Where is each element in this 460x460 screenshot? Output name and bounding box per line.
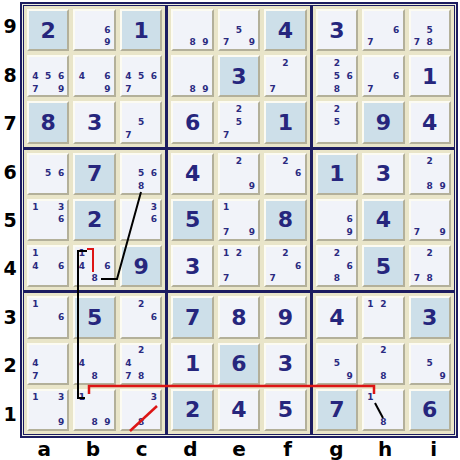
cand-4 (411, 357, 424, 370)
candidates: 69 (75, 11, 113, 49)
candidates: 28 (364, 345, 402, 383)
cell-value: 3 (376, 161, 391, 186)
cand-9 (390, 416, 403, 429)
cand-5 (135, 404, 148, 417)
cell-a9[interactable]: 2 (27, 9, 69, 51)
cand-4 (318, 260, 331, 273)
cell-a7[interactable]: 8 (27, 101, 69, 143)
cell-g7[interactable]: 25 (316, 101, 358, 143)
box-2-1: 789163245 (168, 293, 309, 434)
cand-9 (55, 273, 68, 286)
cell-e9[interactable]: 579 (218, 9, 260, 51)
cand-9: 9 (436, 180, 449, 193)
candidates: 139 (29, 391, 67, 429)
cand-4 (75, 404, 88, 417)
cand-5 (377, 311, 390, 324)
cand-1 (122, 201, 135, 214)
cand-1 (75, 57, 88, 70)
cand-3 (343, 247, 356, 260)
cand-6 (436, 357, 449, 370)
cand-2 (135, 57, 148, 70)
cand-1 (266, 155, 279, 168)
cell-value: 1 (185, 351, 200, 376)
cell-b4[interactable]: 1468 (73, 245, 115, 287)
cand-7 (122, 324, 135, 337)
cand-2 (42, 345, 55, 358)
cand-1 (318, 345, 331, 358)
cell-a2[interactable]: 47 (27, 343, 69, 385)
cand-6 (436, 24, 449, 37)
cell-b9[interactable]: 69 (73, 9, 115, 51)
cand-8 (330, 129, 343, 142)
cand-2: 2 (233, 247, 246, 260)
cell-a1[interactable]: 139 (27, 389, 69, 431)
cell-f3[interactable]: 9 (264, 296, 306, 338)
cell-value: 3 (231, 64, 246, 89)
cell-d3[interactable]: 7 (171, 296, 213, 338)
cell-value: 5 (278, 397, 293, 422)
cand-8 (135, 324, 148, 337)
cell-value: 4 (278, 18, 293, 43)
sudoku-board-inner: 2691456794694567835789579489327625713675… (23, 5, 455, 435)
candidates: 4567 (122, 57, 160, 95)
cand-9 (343, 273, 356, 286)
cand-3 (101, 57, 114, 70)
cand-4 (173, 70, 186, 83)
cell-a3[interactable]: 16 (27, 296, 69, 338)
cell-h4[interactable]: 5 (362, 245, 404, 287)
cell-b5[interactable]: 2 (73, 199, 115, 241)
cell-c2[interactable]: 2478 (120, 343, 162, 385)
cand-6: 6 (148, 214, 161, 227)
candidates: 268 (318, 247, 356, 285)
cand-1 (318, 247, 331, 260)
cell-d5[interactable]: 5 (171, 199, 213, 241)
cand-9 (343, 83, 356, 96)
cell-f6[interactable]: 26 (264, 153, 306, 195)
cell-i5[interactable]: 79 (409, 199, 451, 241)
cell-e6[interactable]: 29 (218, 153, 260, 195)
cand-6: 6 (148, 311, 161, 324)
cand-6 (148, 357, 161, 370)
cand-9 (390, 36, 403, 49)
cand-8: 8 (423, 36, 436, 49)
cand-3 (55, 155, 68, 168)
cand-2 (330, 345, 343, 358)
cell-f4[interactable]: 267 (264, 245, 306, 287)
cand-2 (88, 391, 101, 404)
cell-b7[interactable]: 3 (73, 101, 115, 143)
row-label-1: 1 (0, 390, 20, 438)
cell-c3[interactable]: 26 (120, 296, 162, 338)
candidates: 26 (122, 298, 160, 336)
cand-4 (266, 70, 279, 83)
cell-e1[interactable]: 4 (218, 389, 260, 431)
cand-9: 9 (436, 226, 449, 239)
cand-2 (233, 11, 246, 24)
cell-h6[interactable]: 3 (362, 153, 404, 195)
candidates: 568 (122, 155, 160, 193)
cand-6: 6 (343, 260, 356, 273)
cand-8: 8 (377, 416, 390, 429)
cell-a8[interactable]: 45679 (27, 55, 69, 97)
cand-1: 1 (75, 391, 88, 404)
cand-3: 3 (55, 391, 68, 404)
cell-a6[interactable]: 56 (27, 153, 69, 195)
cell-c6[interactable]: 568 (120, 153, 162, 195)
cell-a5[interactable]: 136 (27, 199, 69, 241)
cand-5: 5 (423, 24, 436, 37)
cell-g1[interactable]: 7 (316, 389, 358, 431)
cand-6: 6 (292, 167, 305, 180)
cand-5 (135, 311, 148, 324)
cand-3 (101, 345, 114, 358)
cand-7: 7 (122, 129, 135, 142)
cand-5 (88, 260, 101, 273)
cand-9: 9 (436, 370, 449, 383)
col-label-a: a (20, 437, 69, 460)
candidates: 267 (266, 247, 304, 285)
cell-value: 6 (185, 110, 200, 135)
cand-8 (279, 273, 292, 286)
cand-9 (148, 226, 161, 239)
cand-5: 5 (423, 357, 436, 370)
cand-9 (148, 180, 161, 193)
cell-value: 1 (329, 161, 344, 186)
cand-1 (220, 11, 233, 24)
cand-3 (245, 155, 258, 168)
cand-8: 8 (423, 273, 436, 286)
cand-2: 2 (377, 298, 390, 311)
cell-value: 7 (87, 161, 102, 186)
cand-7 (318, 273, 331, 286)
candidates: 16 (29, 298, 67, 336)
cand-7 (364, 416, 377, 429)
cand-7: 7 (364, 83, 377, 96)
cand-5 (42, 214, 55, 227)
cand-5 (88, 404, 101, 417)
candidates: 289 (411, 155, 449, 193)
cand-3 (245, 201, 258, 214)
cand-9 (148, 416, 161, 429)
cand-6 (390, 404, 403, 417)
cand-8 (135, 83, 148, 96)
cand-5 (135, 214, 148, 227)
cand-1 (411, 247, 424, 260)
cand-3 (436, 11, 449, 24)
col-label-e: e (215, 437, 264, 460)
cell-g5[interactable]: 69 (316, 199, 358, 241)
cand-9 (390, 324, 403, 337)
cand-3: 3 (55, 201, 68, 214)
box-2-2: 41235928597186 (313, 293, 454, 434)
cand-7 (75, 416, 88, 429)
cand-2: 2 (135, 298, 148, 311)
cand-4 (75, 24, 88, 37)
row-label-4: 4 (0, 244, 20, 292)
cell-e2[interactable]: 6 (218, 343, 260, 385)
candidates: 25 (318, 103, 356, 141)
cand-4 (220, 214, 233, 227)
cand-8: 8 (377, 370, 390, 383)
cell-g9[interactable]: 3 (316, 9, 358, 51)
cell-h9[interactable]: 67 (362, 9, 404, 51)
cell-g2[interactable]: 59 (316, 343, 358, 385)
cand-8: 8 (186, 36, 199, 49)
cell-d4[interactable]: 3 (171, 245, 213, 287)
cell-value: 1 (278, 110, 293, 135)
cand-3 (199, 57, 212, 70)
cand-8 (233, 273, 246, 286)
cell-g8[interactable]: 2568 (316, 55, 358, 97)
cand-4 (364, 311, 377, 324)
cand-7 (173, 36, 186, 49)
cand-5 (330, 214, 343, 227)
cand-1 (266, 247, 279, 260)
cand-1 (364, 11, 377, 24)
cand-5 (279, 70, 292, 83)
cand-9: 9 (199, 83, 212, 96)
cand-2 (135, 155, 148, 168)
cand-2: 2 (135, 345, 148, 358)
cand-3 (390, 298, 403, 311)
cell-b6[interactable]: 7 (73, 153, 115, 195)
cell-h2[interactable]: 28 (362, 343, 404, 385)
cand-5 (279, 260, 292, 273)
cell-f7[interactable]: 1 (264, 101, 306, 143)
cand-3 (390, 391, 403, 404)
cand-2 (377, 11, 390, 24)
cell-f8[interactable]: 27 (264, 55, 306, 97)
cand-1 (220, 103, 233, 116)
cand-4 (220, 116, 233, 129)
cand-2 (42, 201, 55, 214)
cell-f1[interactable]: 5 (264, 389, 306, 431)
cand-6 (55, 404, 68, 417)
cell-e4[interactable]: 127 (218, 245, 260, 287)
cell-g3[interactable]: 4 (316, 296, 358, 338)
cand-3 (148, 57, 161, 70)
cand-6: 6 (55, 214, 68, 227)
cand-7 (122, 416, 135, 429)
cand-4 (173, 24, 186, 37)
cand-1 (411, 201, 424, 214)
cand-3 (148, 298, 161, 311)
cand-9 (245, 273, 258, 286)
candidates: 127 (220, 247, 258, 285)
cell-g6[interactable]: 1 (316, 153, 358, 195)
cand-9 (55, 226, 68, 239)
cell-i9[interactable]: 578 (409, 9, 451, 51)
cell-i1[interactable]: 6 (409, 389, 451, 431)
cand-7 (318, 83, 331, 96)
cand-7 (173, 83, 186, 96)
cand-3 (55, 57, 68, 70)
cand-2: 2 (330, 57, 343, 70)
cand-9 (55, 370, 68, 383)
cand-4 (411, 24, 424, 37)
cand-3 (390, 11, 403, 24)
cand-4 (122, 116, 135, 129)
cand-2: 2 (279, 247, 292, 260)
cand-1 (364, 345, 377, 358)
cand-7: 7 (411, 273, 424, 286)
cand-8 (377, 36, 390, 49)
cand-2 (88, 247, 101, 260)
cand-7: 7 (266, 273, 279, 286)
cand-9 (292, 180, 305, 193)
cell-c9[interactable]: 1 (120, 9, 162, 51)
col-label-d: d (166, 437, 215, 460)
cell-d7[interactable]: 6 (171, 101, 213, 143)
cand-8 (88, 36, 101, 49)
cand-5 (330, 260, 343, 273)
col-label-g: g (312, 437, 361, 460)
cand-2 (135, 201, 148, 214)
cell-b3[interactable]: 5 (73, 296, 115, 338)
cell-b2[interactable]: 48 (73, 343, 115, 385)
cand-9 (390, 83, 403, 96)
cell-value: 5 (376, 254, 391, 279)
cand-9 (148, 83, 161, 96)
cell-d6[interactable]: 4 (171, 153, 213, 195)
cand-8: 8 (88, 416, 101, 429)
cand-3 (148, 155, 161, 168)
cell-e7[interactable]: 257 (218, 101, 260, 143)
cand-1: 1 (29, 298, 42, 311)
cell-i4[interactable]: 278 (409, 245, 451, 287)
cell-g4[interactable]: 268 (316, 245, 358, 287)
cell-c5[interactable]: 36 (120, 199, 162, 241)
candidates: 89 (173, 57, 211, 95)
cand-3 (148, 345, 161, 358)
cand-5 (186, 24, 199, 37)
cand-6 (199, 24, 212, 37)
cand-9: 9 (55, 83, 68, 96)
cand-1 (364, 57, 377, 70)
cell-i2[interactable]: 59 (409, 343, 451, 385)
cell-value: 7 (329, 397, 344, 422)
cand-5 (233, 260, 246, 273)
cand-1 (411, 11, 424, 24)
cand-7 (75, 83, 88, 96)
cell-h7[interactable]: 9 (362, 101, 404, 143)
cell-e3[interactable]: 8 (218, 296, 260, 338)
cand-3 (55, 345, 68, 358)
cand-7 (411, 180, 424, 193)
cell-value: 8 (278, 207, 293, 232)
cand-3 (148, 103, 161, 116)
cand-8: 8 (135, 370, 148, 383)
cand-9 (292, 83, 305, 96)
cand-7 (75, 36, 88, 49)
cand-2 (135, 103, 148, 116)
cand-9 (436, 273, 449, 286)
cand-7 (75, 370, 88, 383)
cand-2: 2 (377, 345, 390, 358)
cell-c7[interactable]: 57 (120, 101, 162, 143)
cell-c8[interactable]: 4567 (120, 55, 162, 97)
cand-6 (436, 260, 449, 273)
box-0-0: 26914567946945678357 (24, 6, 165, 147)
cell-h5[interactable]: 4 (362, 199, 404, 241)
cell-d8[interactable]: 89 (171, 55, 213, 97)
cell-d9[interactable]: 89 (171, 9, 213, 51)
cand-6 (199, 70, 212, 83)
cand-1 (318, 103, 331, 116)
cell-e8[interactable]: 3 (218, 55, 260, 97)
cand-7: 7 (220, 129, 233, 142)
cell-b8[interactable]: 469 (73, 55, 115, 97)
cell-d2[interactable]: 1 (171, 343, 213, 385)
cand-3 (292, 247, 305, 260)
cand-8 (233, 226, 246, 239)
cand-2 (88, 345, 101, 358)
box-0-1: 8957948932762571 (168, 6, 309, 147)
cell-f2[interactable]: 3 (264, 343, 306, 385)
cell-value: 8 (41, 110, 56, 135)
cand-6: 6 (390, 70, 403, 83)
cell-i8[interactable]: 1 (409, 55, 451, 97)
cell-b1[interactable]: 189 (73, 389, 115, 431)
cand-8: 8 (135, 180, 148, 193)
cell-d1[interactable]: 2 (171, 389, 213, 431)
cell-c4[interactable]: 9 (120, 245, 162, 287)
cand-8 (42, 180, 55, 193)
cand-9: 9 (199, 36, 212, 49)
cand-2 (377, 57, 390, 70)
cand-8 (279, 180, 292, 193)
cand-4 (29, 167, 42, 180)
cell-value: 3 (422, 305, 437, 330)
cand-1 (266, 57, 279, 70)
cell-h8[interactable]: 67 (362, 55, 404, 97)
cand-3 (55, 298, 68, 311)
cand-6 (245, 24, 258, 37)
cand-9 (245, 129, 258, 142)
cand-3 (343, 345, 356, 358)
cand-1: 1 (364, 391, 377, 404)
cand-2: 2 (279, 57, 292, 70)
cand-9 (55, 180, 68, 193)
cand-7: 7 (220, 273, 233, 286)
candidates: 189 (75, 391, 113, 429)
cand-1 (122, 155, 135, 168)
cell-c1[interactable]: 38 (120, 389, 162, 431)
candidates: 29 (220, 155, 258, 193)
cell-value: 6 (231, 351, 246, 376)
cand-4 (364, 357, 377, 370)
cell-f9[interactable]: 4 (264, 9, 306, 51)
cand-9 (55, 324, 68, 337)
cell-i6[interactable]: 289 (409, 153, 451, 195)
cell-i7[interactable]: 4 (409, 101, 451, 143)
cand-8 (42, 324, 55, 337)
cand-3 (292, 57, 305, 70)
cand-3 (245, 11, 258, 24)
cell-a4[interactable]: 146 (27, 245, 69, 287)
cell-i3[interactable]: 3 (409, 296, 451, 338)
cand-8 (88, 83, 101, 96)
cell-f5[interactable]: 8 (264, 199, 306, 241)
candidates: 45679 (29, 57, 67, 95)
cell-h1[interactable]: 18 (362, 389, 404, 431)
cand-7: 7 (364, 36, 377, 49)
cell-h3[interactable]: 12 (362, 296, 404, 338)
cell-e5[interactable]: 179 (218, 199, 260, 241)
cand-5 (377, 404, 390, 417)
cand-8 (377, 83, 390, 96)
